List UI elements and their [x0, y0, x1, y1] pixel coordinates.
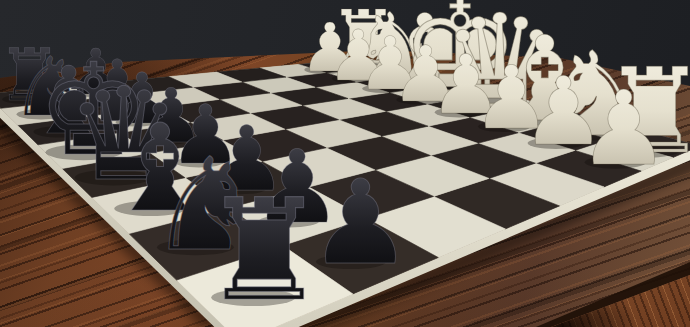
piece-black-rook-a8: ♜	[202, 169, 328, 327]
chess-scene: ♜♟♞♟♝♟♟♚♜♟♛♟♟♞♝♟♟♝♞♟♟♜♚♟♟♛♟♝♟♞♟♜	[0, 0, 690, 327]
chessboard-render: ♜♟♞♟♝♟♟♚♜♟♛♟♟♞♝♟♟♝♞♟♟♜♚♟♟♛♟♝♟♞♟♜	[0, 0, 690, 327]
piece-white-pawn-a2: ♟	[578, 69, 670, 188]
